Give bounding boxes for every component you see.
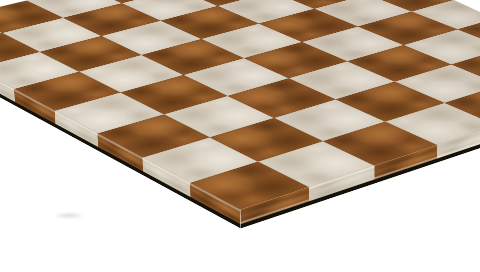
square-r4c7[interactable] xyxy=(395,65,480,103)
square-r6c7[interactable] xyxy=(274,99,385,141)
square-r4c6[interactable] xyxy=(347,45,451,82)
floor-shadow xyxy=(46,211,92,220)
square-r8c3[interactable] xyxy=(0,52,79,89)
square-r7c4[interactable] xyxy=(79,55,183,92)
square-r6c6[interactable] xyxy=(228,78,336,118)
square-r4c8[interactable] xyxy=(445,85,480,125)
square-r7c7[interactable] xyxy=(210,118,323,162)
scene xyxy=(0,0,480,272)
square-r5c5[interactable] xyxy=(244,42,347,78)
square-r7c5[interactable] xyxy=(120,75,227,114)
square-r7c6[interactable] xyxy=(164,96,274,137)
square-r5c7[interactable] xyxy=(336,82,445,122)
chessboard[interactable] xyxy=(0,0,480,210)
square-r3c7[interactable] xyxy=(451,48,480,85)
product-photo-stage xyxy=(0,0,480,272)
square-r5c6[interactable] xyxy=(289,61,395,99)
square-r6c5[interactable] xyxy=(183,58,288,96)
board-grid[interactable] xyxy=(0,0,480,210)
square-r6c4[interactable] xyxy=(141,39,244,75)
